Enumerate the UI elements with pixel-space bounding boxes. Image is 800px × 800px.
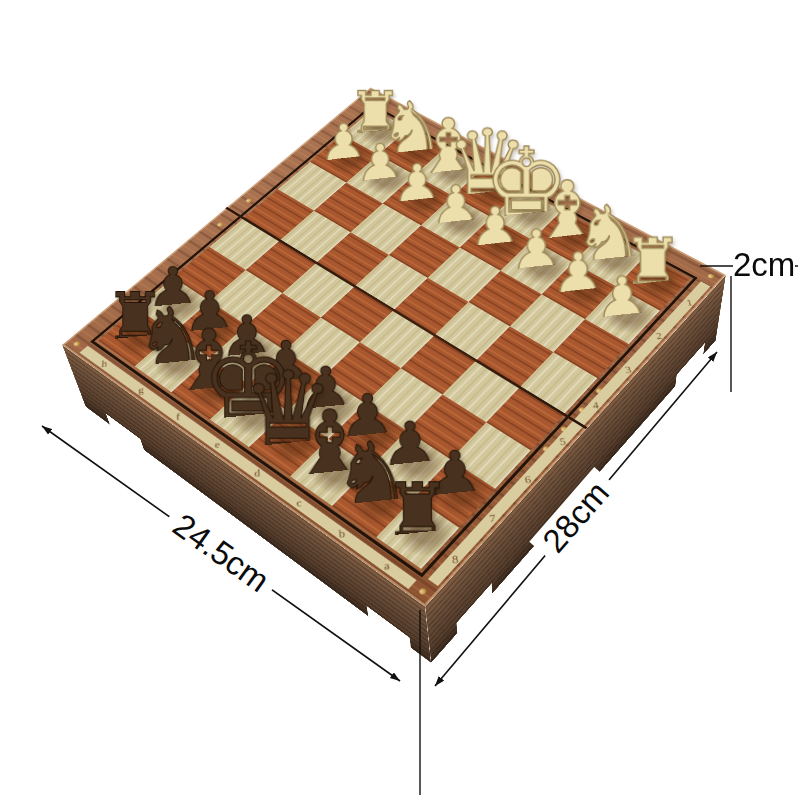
- rank-label: 3: [624, 364, 632, 374]
- rank-label: 6: [524, 473, 532, 485]
- file-label: e: [214, 439, 219, 450]
- base-foot-notch: [456, 583, 492, 633]
- file-label: a: [383, 560, 390, 573]
- product-photo-stage: hgfedcba 87654321 ♜♟♟♜♞♟♟♞♝♟♟♝♚♟♟♛♛♟♟♚♝♟…: [0, 0, 800, 800]
- base-foot-notch: [675, 343, 705, 386]
- rank-label: 2: [655, 330, 663, 340]
- rank-label: 8: [451, 552, 459, 565]
- file-label: c: [296, 497, 302, 509]
- base-foot-notch: [367, 606, 411, 648]
- rank-label: 1: [685, 297, 693, 307]
- file-label: h: [101, 359, 107, 369]
- rank-label: 5: [558, 436, 566, 447]
- file-label: d: [254, 468, 260, 479]
- file-label: f: [176, 411, 180, 422]
- rank-label: 4: [591, 399, 599, 410]
- dimension-label-thickness: 2cm: [733, 246, 795, 284]
- rank-label: 7: [488, 512, 496, 524]
- piece-white-pawn: ♟: [561, 191, 683, 323]
- piece-black-rook: ♜: [350, 395, 485, 541]
- file-label: g: [137, 385, 143, 395]
- file-label: b: [338, 528, 345, 540]
- base-foot-notch: [106, 413, 144, 450]
